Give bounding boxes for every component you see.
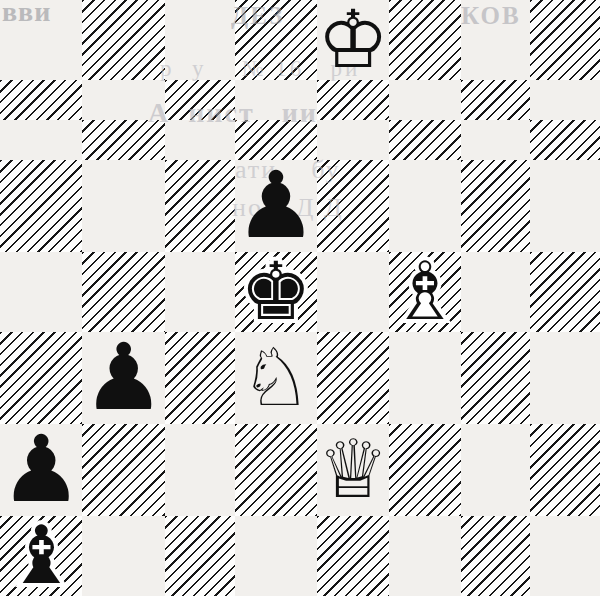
square-a8[interactable]	[0, 0, 82, 80]
square-f2[interactable]	[389, 424, 461, 516]
square-c2[interactable]	[165, 424, 235, 516]
square-e3[interactable]	[317, 332, 389, 424]
square-a5[interactable]	[0, 160, 82, 252]
chess-board: ♔♟♚♚♝♗♟♘♟♕♝♝	[0, 0, 600, 596]
black-pawn[interactable]: ♟	[0, 424, 82, 516]
square-g6[interactable]	[461, 120, 531, 160]
black-bishop-glyph: ♝	[5, 516, 77, 596]
square-f7[interactable]	[389, 80, 461, 120]
square-e7[interactable]	[317, 80, 389, 120]
square-e8[interactable]: ♔	[317, 0, 389, 80]
square-c7[interactable]	[165, 80, 235, 120]
square-g3[interactable]	[461, 332, 531, 424]
square-g7[interactable]	[461, 80, 531, 120]
square-e6[interactable]	[317, 120, 389, 160]
square-a2[interactable]: ♟	[0, 424, 82, 516]
square-a7[interactable]	[0, 80, 82, 120]
black-king-glyph: ♚	[240, 252, 312, 332]
square-f6[interactable]	[389, 120, 461, 160]
black-bishop[interactable]: ♝♝	[0, 516, 82, 596]
square-e2[interactable]: ♕	[317, 424, 389, 516]
square-b2[interactable]	[82, 424, 164, 516]
square-d1[interactable]	[235, 516, 317, 596]
black-pawn-glyph: ♟	[82, 332, 164, 424]
white-bishop[interactable]: ♝♗	[389, 252, 461, 332]
square-d5[interactable]: ♟	[235, 160, 317, 252]
square-c3[interactable]	[165, 332, 235, 424]
square-a4[interactable]	[0, 252, 82, 332]
square-b3[interactable]: ♟	[82, 332, 164, 424]
square-f5[interactable]	[389, 160, 461, 252]
square-g8[interactable]	[461, 0, 531, 80]
white-queen-glyph: ♕	[317, 430, 389, 510]
square-c6[interactable]	[165, 120, 235, 160]
square-f8[interactable]	[389, 0, 461, 80]
square-e4[interactable]	[317, 252, 389, 332]
black-pawn[interactable]: ♟	[235, 160, 317, 252]
square-a3[interactable]	[0, 332, 82, 424]
square-d3[interactable]: ♘	[235, 332, 317, 424]
square-c4[interactable]	[165, 252, 235, 332]
square-d2[interactable]	[235, 424, 317, 516]
square-b5[interactable]	[82, 160, 164, 252]
square-g4[interactable]	[461, 252, 531, 332]
square-d7[interactable]	[235, 80, 317, 120]
square-f1[interactable]	[389, 516, 461, 596]
square-h7[interactable]	[530, 80, 600, 120]
square-b4[interactable]	[82, 252, 164, 332]
white-bishop-glyph: ♗	[389, 252, 461, 332]
square-h2[interactable]	[530, 424, 600, 516]
square-h3[interactable]	[530, 332, 600, 424]
square-d8[interactable]	[235, 0, 317, 80]
square-g1[interactable]	[461, 516, 531, 596]
square-g2[interactable]	[461, 424, 531, 516]
square-b6[interactable]	[82, 120, 164, 160]
square-e1[interactable]	[317, 516, 389, 596]
square-h6[interactable]	[530, 120, 600, 160]
black-king[interactable]: ♚♚	[235, 252, 317, 332]
square-e5[interactable]	[317, 160, 389, 252]
black-pawn-glyph: ♟	[0, 424, 82, 516]
chess-diagram-page: ♔♟♚♚♝♗♟♘♟♕♝♝ ввиДЕЗКОВр у № 16 риА нист …	[0, 0, 600, 596]
square-h5[interactable]	[530, 160, 600, 252]
white-queen[interactable]: ♕	[317, 424, 389, 516]
black-pawn-glyph: ♟	[235, 160, 317, 252]
square-c8[interactable]	[165, 0, 235, 80]
black-pawn[interactable]: ♟	[82, 332, 164, 424]
square-b1[interactable]	[82, 516, 164, 596]
square-g5[interactable]	[461, 160, 531, 252]
square-c5[interactable]	[165, 160, 235, 252]
white-king-glyph: ♔	[317, 0, 389, 80]
square-b8[interactable]	[82, 0, 164, 80]
square-h1[interactable]	[530, 516, 600, 596]
white-knight[interactable]: ♘	[235, 332, 317, 424]
square-a1[interactable]: ♝♝	[0, 516, 82, 596]
square-f3[interactable]	[389, 332, 461, 424]
square-h8[interactable]	[530, 0, 600, 80]
square-d4[interactable]: ♚♚	[235, 252, 317, 332]
square-b7[interactable]	[82, 80, 164, 120]
white-knight-glyph: ♘	[240, 338, 312, 418]
square-c1[interactable]	[165, 516, 235, 596]
square-a6[interactable]	[0, 120, 82, 160]
square-f4[interactable]: ♝♗	[389, 252, 461, 332]
white-king[interactable]: ♔	[317, 0, 389, 80]
square-h4[interactable]	[530, 252, 600, 332]
